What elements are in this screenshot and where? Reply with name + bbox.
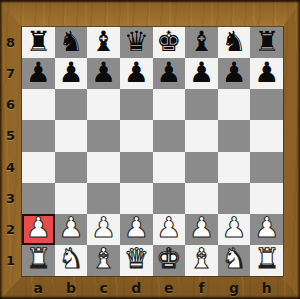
square-a5[interactable] (22, 120, 55, 151)
square-d3[interactable] (120, 183, 153, 214)
white-pawn: ♟ (124, 214, 149, 242)
square-a8[interactable]: ♜ (22, 27, 55, 58)
square-h6[interactable] (250, 89, 283, 120)
rank-label-4: 4 (0, 152, 21, 183)
square-h7[interactable]: ♟ (250, 58, 283, 89)
black-knight: ♞ (222, 28, 247, 56)
square-d5[interactable] (120, 120, 153, 151)
square-g4[interactable] (218, 152, 251, 183)
square-h2[interactable]: ♟ (250, 214, 283, 245)
square-e7[interactable]: ♟ (153, 58, 186, 89)
square-f8[interactable]: ♝ (185, 27, 218, 58)
square-c2[interactable]: ♟ (87, 214, 120, 245)
square-g6[interactable] (218, 89, 251, 120)
white-pawn: ♟ (156, 214, 181, 242)
square-g8[interactable]: ♞ (218, 27, 251, 58)
square-h3[interactable] (250, 183, 283, 214)
black-pawn: ♟ (189, 59, 214, 87)
white-pawn: ♟ (254, 214, 279, 242)
square-f6[interactable] (185, 89, 218, 120)
file-label-h: h (250, 277, 283, 298)
square-e6[interactable] (153, 89, 186, 120)
chess-board: ♜♞♝♛♚♝♞♜♟♟♟♟♟♟♟♟♟♟♟♟♟♟♟♟♜♞♝♛♚♝♞♜ (22, 27, 283, 276)
black-queen: ♛ (124, 28, 149, 56)
square-f4[interactable] (185, 152, 218, 183)
white-bishop: ♝ (189, 245, 214, 273)
black-pawn: ♟ (254, 59, 279, 87)
square-g2[interactable]: ♟ (218, 214, 251, 245)
square-f5[interactable] (185, 120, 218, 151)
square-h8[interactable]: ♜ (250, 27, 283, 58)
square-g1[interactable]: ♞ (218, 245, 251, 276)
square-c5[interactable] (87, 120, 120, 151)
rank-label-8: 8 (0, 27, 21, 58)
white-knight: ♞ (58, 245, 83, 273)
black-pawn: ♟ (26, 59, 51, 87)
square-d2[interactable]: ♟ (120, 214, 153, 245)
square-f3[interactable] (185, 183, 218, 214)
square-c4[interactable] (87, 152, 120, 183)
black-rook: ♜ (254, 28, 279, 56)
black-pawn: ♟ (156, 59, 181, 87)
square-h1[interactable]: ♜ (250, 245, 283, 276)
square-e5[interactable] (153, 120, 186, 151)
white-pawn: ♟ (91, 214, 116, 242)
file-label-b: b (55, 277, 88, 298)
white-rook: ♜ (254, 245, 279, 273)
square-h5[interactable] (250, 120, 283, 151)
square-e1[interactable]: ♚ (153, 245, 186, 276)
square-a7[interactable]: ♟ (22, 58, 55, 89)
file-label-c: c (87, 277, 120, 298)
white-pawn: ♟ (26, 214, 51, 242)
white-queen: ♛ (124, 245, 149, 273)
square-c7[interactable]: ♟ (87, 58, 120, 89)
square-a2[interactable]: ♟ (22, 214, 55, 245)
black-pawn: ♟ (222, 59, 247, 87)
rank-label-5: 5 (0, 120, 21, 151)
rank-label-3: 3 (0, 183, 21, 214)
rank-label-2: 2 (0, 214, 21, 245)
square-g3[interactable] (218, 183, 251, 214)
white-pawn: ♟ (189, 214, 214, 242)
black-pawn: ♟ (58, 59, 83, 87)
rank-label-1: 1 (0, 245, 21, 276)
square-e3[interactable] (153, 183, 186, 214)
square-b2[interactable]: ♟ (55, 214, 88, 245)
white-bishop: ♝ (91, 245, 116, 273)
square-b1[interactable]: ♞ (55, 245, 88, 276)
black-pawn: ♟ (124, 59, 149, 87)
square-a6[interactable] (22, 89, 55, 120)
square-e4[interactable] (153, 152, 186, 183)
square-b4[interactable] (55, 152, 88, 183)
white-pawn: ♟ (58, 214, 83, 242)
square-a1[interactable]: ♜ (22, 245, 55, 276)
rank-label-7: 7 (0, 58, 21, 89)
white-king: ♚ (156, 245, 181, 273)
black-king: ♚ (156, 28, 181, 56)
square-e2[interactable]: ♟ (153, 214, 186, 245)
square-c6[interactable] (87, 89, 120, 120)
square-e8[interactable]: ♚ (153, 27, 186, 58)
square-b6[interactable] (55, 89, 88, 120)
square-f2[interactable]: ♟ (185, 214, 218, 245)
square-b8[interactable]: ♞ (55, 27, 88, 58)
square-a3[interactable] (22, 183, 55, 214)
square-f7[interactable]: ♟ (185, 58, 218, 89)
square-b5[interactable] (55, 120, 88, 151)
white-knight: ♞ (222, 245, 247, 273)
black-bishop: ♝ (189, 28, 214, 56)
file-label-d: d (120, 277, 153, 298)
file-label-e: e (153, 277, 186, 298)
white-pawn: ♟ (222, 214, 247, 242)
square-f1[interactable]: ♝ (185, 245, 218, 276)
square-d8[interactable]: ♛ (120, 27, 153, 58)
file-label-f: f (185, 277, 218, 298)
chess-board-app: ♜♞♝♛♚♝♞♜♟♟♟♟♟♟♟♟♟♟♟♟♟♟♟♟♜♞♝♛♚♝♞♜ 8765432… (0, 0, 300, 299)
square-a4[interactable] (22, 152, 55, 183)
black-rook: ♜ (26, 28, 51, 56)
square-b3[interactable] (55, 183, 88, 214)
square-c1[interactable]: ♝ (87, 245, 120, 276)
square-b7[interactable]: ♟ (55, 58, 88, 89)
black-knight: ♞ (58, 28, 83, 56)
square-d1[interactable]: ♛ (120, 245, 153, 276)
square-g7[interactable]: ♟ (218, 58, 251, 89)
square-h4[interactable] (250, 152, 283, 183)
square-c8[interactable]: ♝ (87, 27, 120, 58)
black-pawn: ♟ (91, 59, 116, 87)
square-g5[interactable] (218, 120, 251, 151)
rank-label-6: 6 (0, 89, 21, 120)
file-label-g: g (218, 277, 251, 298)
square-d6[interactable] (120, 89, 153, 120)
square-d4[interactable] (120, 152, 153, 183)
black-bishop: ♝ (91, 28, 116, 56)
white-rook: ♜ (26, 245, 51, 273)
square-c3[interactable] (87, 183, 120, 214)
square-d7[interactable]: ♟ (120, 58, 153, 89)
file-label-a: a (22, 277, 55, 298)
